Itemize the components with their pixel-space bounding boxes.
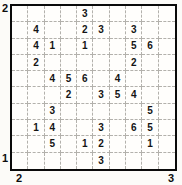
cell-r2c7[interactable] [110,22,126,38]
puzzle-screenshot: 2 1 2 3 34233411562245642354351436551213 [0,0,182,185]
cell-r7c8[interactable] [126,104,142,120]
puzzle-board: 34233411562245642354351436551213 [10,4,177,171]
cell-r10c5[interactable] [77,153,93,169]
cell-r6c8-clue[interactable]: 4 [126,87,142,103]
cell-r9c4[interactable] [61,136,77,152]
cell-r6c1[interactable] [12,87,28,103]
cell-r6c2[interactable] [28,87,44,103]
cell-r4c7[interactable] [110,55,126,71]
cell-r2c1[interactable] [12,22,28,38]
cell-r9c9-clue[interactable]: 1 [142,136,158,152]
cell-r2c6-clue[interactable]: 3 [93,22,109,38]
cell-r9c7[interactable] [110,136,126,152]
cell-r7c10[interactable] [159,104,175,120]
cell-r1c5-clue[interactable]: 3 [77,6,93,22]
cell-r2c8-clue[interactable]: 3 [126,22,142,38]
cell-r2c2-clue[interactable]: 4 [28,22,44,38]
cell-r1c6[interactable] [93,6,109,22]
cell-r9c2[interactable] [28,136,44,152]
cell-r1c9[interactable] [142,6,158,22]
cell-r10c8[interactable] [126,153,142,169]
cell-r7c6[interactable] [93,104,109,120]
cell-r8c4[interactable] [61,120,77,136]
cell-r10c4[interactable] [61,153,77,169]
cell-r5c2[interactable] [28,71,44,87]
cell-r8c1[interactable] [12,120,28,136]
cell-r4c3[interactable] [45,55,61,71]
cell-r1c8[interactable] [126,6,142,22]
cell-r1c1[interactable] [12,6,28,22]
cell-r5c9[interactable] [142,71,158,87]
cell-r3c6[interactable] [93,39,109,55]
cell-r1c4[interactable] [61,6,77,22]
cell-r2c3[interactable] [45,22,61,38]
cell-r6c3[interactable] [45,87,61,103]
cell-r3c9-clue[interactable]: 6 [142,39,158,55]
cell-r6c7-clue[interactable]: 5 [110,87,126,103]
cell-r10c10[interactable] [159,153,175,169]
cell-r6c6-clue[interactable]: 3 [93,87,109,103]
cell-r3c3-clue[interactable]: 1 [45,39,61,55]
cell-r8c6-clue[interactable]: 3 [93,120,109,136]
cell-r9c8[interactable] [126,136,142,152]
cell-r3c10[interactable] [159,39,175,55]
cell-r3c8-clue[interactable]: 5 [126,39,142,55]
cell-r6c9[interactable] [142,87,158,103]
cell-r9c1[interactable] [12,136,28,152]
cell-r7c5[interactable] [77,104,93,120]
cell-r3c1[interactable] [12,39,28,55]
cell-r8c10[interactable] [159,120,175,136]
cell-r8c3-clue[interactable]: 4 [45,120,61,136]
cell-r4c8-clue[interactable]: 2 [126,55,142,71]
cell-r5c8[interactable] [126,71,142,87]
cell-r3c5-clue[interactable]: 1 [77,39,93,55]
cell-r8c9-clue[interactable]: 5 [142,120,158,136]
cell-r5c3-clue[interactable]: 4 [45,71,61,87]
cell-r10c7[interactable] [110,153,126,169]
cell-r1c10[interactable] [159,6,175,22]
cell-r6c10[interactable] [159,87,175,103]
cell-r2c5-clue[interactable]: 2 [77,22,93,38]
cell-r7c2[interactable] [28,104,44,120]
cell-r5c6[interactable] [93,71,109,87]
cell-r4c10[interactable] [159,55,175,71]
cell-r1c3[interactable] [45,6,61,22]
cell-r1c2[interactable] [28,6,44,22]
cell-r3c4[interactable] [61,39,77,55]
outside-label-top-left: 2 [0,3,10,14]
cell-r7c4[interactable] [61,104,77,120]
cell-r4c5[interactable] [77,55,93,71]
cell-r9c5-clue[interactable]: 1 [77,136,93,152]
cell-r9c6-clue[interactable]: 2 [93,136,109,152]
cell-r10c6-clue[interactable]: 3 [93,153,109,169]
cell-r5c5-clue[interactable]: 6 [77,71,93,87]
cell-r7c3-clue[interactable]: 3 [45,104,61,120]
cell-r2c4[interactable] [61,22,77,38]
cell-r8c7[interactable] [110,120,126,136]
cell-r7c7[interactable] [110,104,126,120]
outside-label-bottom-under-right: 3 [166,173,176,184]
cell-r7c9-clue[interactable]: 5 [142,104,158,120]
cell-r4c9[interactable] [142,55,158,71]
cell-r10c3[interactable] [45,153,61,169]
cell-r10c2[interactable] [28,153,44,169]
cell-r7c1[interactable] [12,104,28,120]
cell-r10c9[interactable] [142,153,158,169]
cell-r5c1[interactable] [12,71,28,87]
cell-r2c10[interactable] [159,22,175,38]
cell-r3c7[interactable] [110,39,126,55]
cell-r6c5[interactable] [77,87,93,103]
cell-r8c2-clue[interactable]: 1 [28,120,44,136]
cell-r9c10[interactable] [159,136,175,152]
cell-r4c1[interactable] [12,55,28,71]
cell-r3c2-clue[interactable]: 4 [28,39,44,55]
cell-r5c7-clue[interactable]: 4 [110,71,126,87]
cell-r10c1[interactable] [12,153,28,169]
cell-r9c3-clue[interactable]: 5 [45,136,61,152]
cell-r1c7[interactable] [110,6,126,22]
cell-r4c4[interactable] [61,55,77,71]
cell-r8c8-clue[interactable]: 6 [126,120,142,136]
cell-r4c6[interactable] [93,55,109,71]
cell-r5c4-clue[interactable]: 5 [61,71,77,87]
cell-r8c5[interactable] [77,120,93,136]
outside-label-bottom-left: 1 [0,153,10,164]
cell-r4c2-clue[interactable]: 2 [28,55,44,71]
cell-r6c4-clue[interactable]: 2 [61,87,77,103]
cell-r5c10[interactable] [159,71,175,87]
outside-label-bottom-under-left: 2 [14,173,24,184]
cell-r2c9[interactable] [142,22,158,38]
